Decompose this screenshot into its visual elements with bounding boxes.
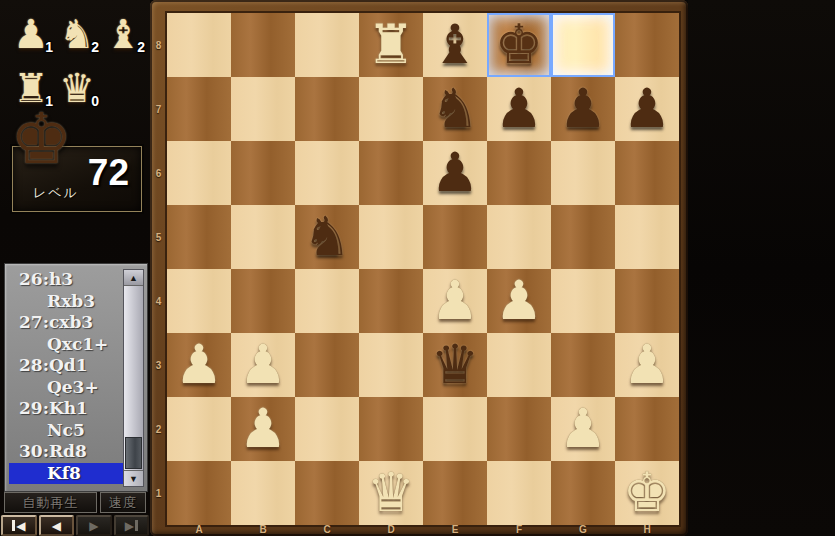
- move-row[interactable]: 26:h3: [9, 269, 123, 291]
- bar-glyph: [135, 520, 138, 531]
- move-list-panel: 26:h3Rxb327:cxb3Qxc1+28:Qd1Qe3+29:Kh1Nc5…: [4, 263, 148, 492]
- move-row[interactable]: 28:Qd1: [9, 355, 123, 377]
- move-list-scrollbar[interactable]: ▲ ▼: [123, 269, 144, 487]
- move-row[interactable]: 30:Rd8: [9, 441, 123, 463]
- square-b2[interactable]: ♟: [231, 397, 295, 461]
- move-list: 26:h3Rxb327:cxb3Qxc1+28:Qd1Qe3+29:Kh1Nc5…: [9, 269, 123, 484]
- rank-label-7: 7: [150, 77, 167, 141]
- square-c4[interactable]: [295, 269, 359, 333]
- square-a1[interactable]: [167, 461, 231, 525]
- chess-app-window: ♟1♞2♝2 ♜1♛0 ♚ レベル 72 26:h3Rxb327:cxb3Qxc…: [0, 0, 835, 536]
- captured-row: ♟1♞2♝2: [8, 2, 146, 54]
- square-f6[interactable]: [487, 141, 551, 205]
- square-a4[interactable]: [167, 269, 231, 333]
- square-a7[interactable]: [167, 77, 231, 141]
- square-f3[interactable]: [487, 333, 551, 397]
- square-b1[interactable]: [231, 461, 295, 525]
- captured-white-knight: ♞2: [54, 2, 100, 54]
- square-f8[interactable]: ♚: [487, 13, 551, 77]
- triangle-glyph: ◀: [16, 520, 25, 532]
- go-first-button[interactable]: ◀: [1, 515, 37, 536]
- square-d2[interactable]: [359, 397, 423, 461]
- auto-replay-button[interactable]: 自動再生: [4, 492, 97, 513]
- piece-white-e4[interactable]: ♟: [431, 274, 479, 328]
- square-b8[interactable]: [231, 13, 295, 77]
- piece-black-h7[interactable]: ♟: [623, 82, 671, 136]
- square-g7[interactable]: ♟: [551, 77, 615, 141]
- rank-label-5: 5: [150, 205, 167, 269]
- square-a6[interactable]: [167, 141, 231, 205]
- captured-count: 2: [91, 39, 99, 55]
- move-row-selected[interactable]: Kf8: [9, 463, 123, 485]
- square-a5[interactable]: [167, 205, 231, 269]
- square-g5[interactable]: [551, 205, 615, 269]
- white-pawn-icon: ♟: [13, 14, 49, 54]
- piece-white-g2[interactable]: ♟: [559, 402, 607, 456]
- scrollbar-thumb[interactable]: [125, 437, 142, 469]
- square-h4[interactable]: [615, 269, 679, 333]
- square-e4[interactable]: ♟: [423, 269, 487, 333]
- piece-black-e7[interactable]: ♞: [431, 82, 479, 136]
- piece-black-f7[interactable]: ♟: [495, 82, 543, 136]
- piece-white-b3[interactable]: ♟: [239, 338, 287, 392]
- triangle-glyph: ▶: [89, 520, 98, 532]
- square-g8[interactable]: [551, 13, 615, 77]
- file-label-F: F: [487, 524, 551, 535]
- playback-controls: ◀◀▶▶: [1, 515, 149, 536]
- square-c3[interactable]: [295, 333, 359, 397]
- square-c7[interactable]: [295, 77, 359, 141]
- square-d1[interactable]: ♛: [359, 461, 423, 525]
- square-b7[interactable]: [231, 77, 295, 141]
- scroll-up-icon[interactable]: ▲: [124, 270, 143, 286]
- move-row[interactable]: 27:cxb3: [9, 312, 123, 334]
- step-forward-button[interactable]: ▶: [76, 515, 112, 536]
- file-label-B: B: [231, 524, 295, 535]
- file-label-A: A: [167, 524, 231, 535]
- square-c8[interactable]: [295, 13, 359, 77]
- square-a2[interactable]: [167, 397, 231, 461]
- move-row[interactable]: Rxb3: [9, 291, 123, 313]
- computer-side-king-piece: ♚: [10, 104, 73, 174]
- computer-side-panel: ♟1♞2♝2 ♜1♛0 ♚ レベル 72 26:h3Rxb327:cxb3Qxc…: [0, 0, 150, 536]
- captured-white-pawn: ♟1: [8, 2, 54, 54]
- move-row[interactable]: Nc5: [9, 420, 123, 442]
- square-d5[interactable]: [359, 205, 423, 269]
- file-label-D: D: [359, 524, 423, 535]
- captured-count: 0: [91, 93, 99, 109]
- captured-count: 2: [137, 39, 145, 55]
- bar-glyph: [12, 520, 15, 531]
- square-h5[interactable]: [615, 205, 679, 269]
- square-a3[interactable]: ♟: [167, 333, 231, 397]
- square-h6[interactable]: [615, 141, 679, 205]
- square-g1[interactable]: [551, 461, 615, 525]
- square-f2[interactable]: [487, 397, 551, 461]
- square-e8[interactable]: ♝: [423, 13, 487, 77]
- rank-label-1: 1: [150, 461, 167, 525]
- square-f4[interactable]: ♟: [487, 269, 551, 333]
- square-f5[interactable]: [487, 205, 551, 269]
- piece-white-a3[interactable]: ♟: [175, 338, 223, 392]
- square-h1[interactable]: ♚: [615, 461, 679, 525]
- piece-black-g7[interactable]: ♟: [559, 82, 607, 136]
- square-d3[interactable]: [359, 333, 423, 397]
- player-side-panel: 新規対局 棋譜 盤面編集: [688, 0, 835, 536]
- square-c2[interactable]: [295, 397, 359, 461]
- step-back-button[interactable]: ◀: [39, 515, 75, 536]
- speed-button[interactable]: 速度: [100, 492, 146, 513]
- piece-white-b2[interactable]: ♟: [239, 402, 287, 456]
- square-b4[interactable]: [231, 269, 295, 333]
- square-g3[interactable]: [551, 333, 615, 397]
- white-bishop-icon: ♝: [105, 14, 141, 54]
- level-label: レベル: [33, 184, 79, 202]
- rank-label-6: 6: [150, 141, 167, 205]
- rank-label-8: 8: [150, 13, 167, 77]
- square-c1[interactable]: [295, 461, 359, 525]
- file-label-C: C: [295, 524, 359, 535]
- piece-black-e6[interactable]: ♟: [431, 146, 479, 200]
- piece-white-d1[interactable]: ♛: [367, 466, 415, 520]
- square-g4[interactable]: [551, 269, 615, 333]
- file-label-E: E: [423, 524, 487, 535]
- square-a8[interactable]: [167, 13, 231, 77]
- square-h8[interactable]: [615, 13, 679, 77]
- piece-black-f8[interactable]: ♚: [495, 18, 543, 72]
- square-g6[interactable]: [551, 141, 615, 205]
- go-last-button[interactable]: ▶: [114, 515, 150, 536]
- square-b6[interactable]: [231, 141, 295, 205]
- square-b3[interactable]: ♟: [231, 333, 295, 397]
- computer-captured-tray: ♟1♞2♝2 ♜1♛0: [8, 2, 146, 108]
- piece-white-f4[interactable]: ♟: [495, 274, 543, 328]
- piece-black-c5[interactable]: ♞: [303, 210, 351, 264]
- square-e7[interactable]: ♞: [423, 77, 487, 141]
- move-row[interactable]: Qxc1+: [9, 334, 123, 356]
- triangle-glyph: ▶: [125, 520, 134, 532]
- square-f1[interactable]: [487, 461, 551, 525]
- square-d7[interactable]: [359, 77, 423, 141]
- file-label-G: G: [551, 524, 615, 535]
- chess-board[interactable]: ♜♝♚♞♟♟♟♟♞♟♟♟♟♛♟♟♟♛♚: [167, 13, 679, 525]
- square-g2[interactable]: ♟: [551, 397, 615, 461]
- square-e6[interactable]: ♟: [423, 141, 487, 205]
- piece-black-e3[interactable]: ♛: [431, 338, 479, 392]
- file-label-H: H: [615, 524, 679, 535]
- square-d6[interactable]: [359, 141, 423, 205]
- square-h7[interactable]: ♟: [615, 77, 679, 141]
- triangle-glyph: ◀: [52, 520, 61, 532]
- white-knight-icon: ♞: [59, 14, 95, 54]
- square-f7[interactable]: ♟: [487, 77, 551, 141]
- rank-label-2: 2: [150, 397, 167, 461]
- piece-black-e8[interactable]: ♝: [431, 18, 479, 72]
- square-d8[interactable]: ♜: [359, 13, 423, 77]
- captured-white-bishop: ♝2: [100, 2, 146, 54]
- square-e2[interactable]: [423, 397, 487, 461]
- replay-option-bar: 自動再生 速度: [4, 492, 146, 513]
- square-d4[interactable]: [359, 269, 423, 333]
- square-e1[interactable]: [423, 461, 487, 525]
- piece-white-d8[interactable]: ♜: [367, 18, 415, 72]
- square-e5[interactable]: [423, 205, 487, 269]
- rank-label-4: 4: [150, 269, 167, 333]
- move-row[interactable]: 29:Kh1: [9, 398, 123, 420]
- piece-white-h1[interactable]: ♚: [623, 466, 671, 520]
- square-e3[interactable]: ♛: [423, 333, 487, 397]
- square-h2[interactable]: [615, 397, 679, 461]
- captured-count: 1: [45, 39, 53, 55]
- square-b5[interactable]: [231, 205, 295, 269]
- square-h3[interactable]: ♟: [615, 333, 679, 397]
- level-value: 72: [88, 152, 129, 194]
- piece-white-h3[interactable]: ♟: [623, 338, 671, 392]
- rank-label-3: 3: [150, 333, 167, 397]
- chess-board-frame: 87654321 ♜♝♚♞♟♟♟♟♞♟♟♟♟♛♟♟♟♛♚ ABCDEFGH: [150, 0, 688, 536]
- file-labels: ABCDEFGH: [167, 524, 679, 535]
- rank-labels: 87654321: [150, 13, 167, 525]
- scroll-down-icon[interactable]: ▼: [124, 470, 143, 486]
- square-c5[interactable]: ♞: [295, 205, 359, 269]
- move-row[interactable]: Qe3+: [9, 377, 123, 399]
- square-c6[interactable]: [295, 141, 359, 205]
